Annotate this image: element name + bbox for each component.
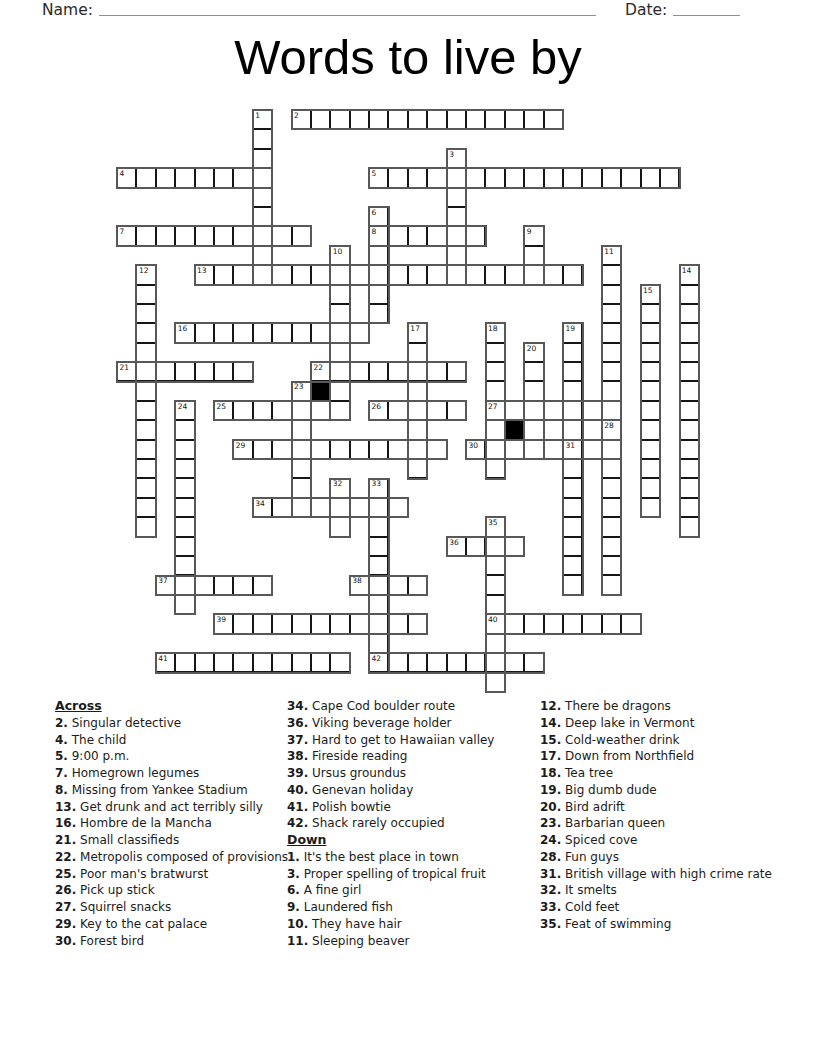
grid-cell[interactable] bbox=[136, 517, 155, 536]
grid-cell[interactable] bbox=[369, 614, 388, 633]
grid-cell[interactable] bbox=[485, 556, 504, 575]
grid-cell[interactable] bbox=[330, 265, 349, 284]
grid-cell[interactable]: 6 bbox=[369, 207, 388, 226]
grid-cell[interactable] bbox=[350, 362, 369, 381]
grid-cell[interactable] bbox=[602, 323, 621, 342]
grid-cell[interactable] bbox=[641, 401, 660, 420]
grid-cell[interactable] bbox=[679, 420, 698, 439]
grid-cell[interactable] bbox=[175, 168, 194, 187]
grid-cell[interactable] bbox=[350, 265, 369, 284]
grid-cell[interactable] bbox=[272, 401, 291, 420]
grid-cell[interactable] bbox=[485, 537, 504, 556]
grid-cell[interactable] bbox=[485, 575, 504, 594]
grid-cell[interactable] bbox=[388, 498, 407, 517]
grid-cell[interactable] bbox=[330, 285, 349, 304]
grid-cell[interactable] bbox=[214, 323, 233, 342]
grid-cell[interactable]: 14 bbox=[679, 265, 698, 284]
grid-cell[interactable] bbox=[272, 440, 291, 459]
grid-cell[interactable] bbox=[679, 498, 698, 517]
grid-cell[interactable] bbox=[602, 556, 621, 575]
grid-cell[interactable] bbox=[641, 459, 660, 478]
grid-cell[interactable] bbox=[447, 207, 466, 226]
grid-cell[interactable] bbox=[388, 226, 407, 245]
grid-cell[interactable] bbox=[253, 575, 272, 594]
grid-cell[interactable] bbox=[253, 265, 272, 284]
grid-cell[interactable] bbox=[602, 381, 621, 400]
grid-cell[interactable] bbox=[253, 226, 272, 245]
grid-cell[interactable] bbox=[369, 498, 388, 517]
grid-cell[interactable] bbox=[253, 653, 272, 672]
grid-cell[interactable] bbox=[388, 575, 407, 594]
grid-cell[interactable] bbox=[272, 323, 291, 342]
grid-cell[interactable] bbox=[253, 323, 272, 342]
grid-cell[interactable] bbox=[330, 614, 349, 633]
grid-cell[interactable] bbox=[563, 168, 582, 187]
grid-cell[interactable] bbox=[233, 168, 252, 187]
grid-cell[interactable] bbox=[311, 614, 330, 633]
grid-cell[interactable]: 35 bbox=[485, 517, 504, 536]
grid-cell[interactable] bbox=[195, 226, 214, 245]
grid-cell[interactable] bbox=[524, 653, 543, 672]
grid-cell[interactable] bbox=[195, 653, 214, 672]
grid-cell[interactable] bbox=[524, 401, 543, 420]
grid-cell[interactable] bbox=[272, 614, 291, 633]
grid-cell[interactable] bbox=[136, 168, 155, 187]
grid-cell[interactable] bbox=[214, 226, 233, 245]
grid-cell[interactable] bbox=[388, 440, 407, 459]
grid-cell[interactable] bbox=[641, 498, 660, 517]
grid-cell[interactable] bbox=[447, 265, 466, 284]
grid-cell[interactable] bbox=[311, 265, 330, 284]
grid-cell[interactable]: 42 bbox=[369, 653, 388, 672]
grid-cell[interactable]: 17 bbox=[408, 323, 427, 342]
grid-cell[interactable] bbox=[408, 265, 427, 284]
grid-cell[interactable] bbox=[621, 168, 640, 187]
grid-cell[interactable] bbox=[505, 110, 524, 129]
grid-cell[interactable] bbox=[369, 537, 388, 556]
grid-cell[interactable] bbox=[602, 401, 621, 420]
grid-cell[interactable] bbox=[602, 614, 621, 633]
grid-cell[interactable] bbox=[524, 440, 543, 459]
grid-cell[interactable] bbox=[330, 110, 349, 129]
grid-cell[interactable]: 21 bbox=[117, 362, 136, 381]
grid-cell[interactable] bbox=[505, 440, 524, 459]
grid-cell[interactable] bbox=[447, 188, 466, 207]
grid-cell[interactable] bbox=[641, 168, 660, 187]
grid-cell[interactable] bbox=[175, 459, 194, 478]
grid-cell[interactable] bbox=[311, 401, 330, 420]
grid-cell[interactable] bbox=[466, 168, 485, 187]
grid-cell[interactable] bbox=[563, 517, 582, 536]
grid-cell[interactable] bbox=[679, 304, 698, 323]
grid-cell[interactable] bbox=[388, 614, 407, 633]
grid-cell[interactable]: 25 bbox=[214, 401, 233, 420]
grid-cell[interactable] bbox=[253, 149, 272, 168]
grid-cell[interactable] bbox=[311, 440, 330, 459]
grid-cell[interactable] bbox=[175, 478, 194, 497]
grid-cell[interactable] bbox=[175, 653, 194, 672]
grid-cell[interactable] bbox=[544, 440, 563, 459]
grid-cell[interactable] bbox=[253, 614, 272, 633]
grid-cell[interactable] bbox=[233, 575, 252, 594]
grid-cell[interactable] bbox=[563, 478, 582, 497]
grid-cell[interactable] bbox=[427, 362, 446, 381]
grid-cell[interactable]: 23 bbox=[292, 381, 311, 400]
grid-cell[interactable] bbox=[136, 478, 155, 497]
grid-cell[interactable] bbox=[388, 265, 407, 284]
grid-cell[interactable] bbox=[447, 401, 466, 420]
grid-cell[interactable]: 8 bbox=[369, 226, 388, 245]
grid-cell[interactable] bbox=[253, 246, 272, 265]
grid-cell[interactable]: 28 bbox=[602, 420, 621, 439]
grid-cell[interactable] bbox=[524, 362, 543, 381]
grid-cell[interactable] bbox=[369, 595, 388, 614]
grid-cell[interactable] bbox=[136, 420, 155, 439]
grid-cell[interactable] bbox=[602, 343, 621, 362]
grid-cell[interactable] bbox=[136, 304, 155, 323]
grid-cell[interactable] bbox=[369, 285, 388, 304]
grid-cell[interactable] bbox=[679, 381, 698, 400]
grid-cell[interactable] bbox=[136, 459, 155, 478]
grid-cell[interactable] bbox=[175, 362, 194, 381]
grid-cell[interactable]: 39 bbox=[214, 614, 233, 633]
grid-cell[interactable]: 27 bbox=[485, 401, 504, 420]
grid-cell[interactable]: 26 bbox=[369, 401, 388, 420]
grid-cell[interactable] bbox=[156, 168, 175, 187]
grid-cell[interactable] bbox=[544, 110, 563, 129]
grid-cell[interactable] bbox=[544, 168, 563, 187]
grid-cell[interactable] bbox=[369, 440, 388, 459]
grid-cell[interactable] bbox=[679, 285, 698, 304]
grid-cell[interactable]: 7 bbox=[117, 226, 136, 245]
grid-cell[interactable] bbox=[505, 168, 524, 187]
grid-cell[interactable] bbox=[641, 304, 660, 323]
grid-cell[interactable] bbox=[466, 653, 485, 672]
grid-cell[interactable] bbox=[582, 614, 601, 633]
grid-cell[interactable]: 19 bbox=[563, 323, 582, 342]
grid-cell[interactable] bbox=[136, 440, 155, 459]
grid-cell[interactable] bbox=[408, 420, 427, 439]
grid-cell[interactable] bbox=[292, 478, 311, 497]
grid-cell[interactable]: 15 bbox=[641, 285, 660, 304]
grid-cell[interactable] bbox=[408, 459, 427, 478]
grid-cell[interactable] bbox=[641, 478, 660, 497]
grid-cell[interactable]: 32 bbox=[330, 478, 349, 497]
grid-cell[interactable]: 40 bbox=[485, 614, 504, 633]
grid-cell[interactable] bbox=[679, 362, 698, 381]
grid-cell[interactable] bbox=[136, 362, 155, 381]
grid-cell[interactable]: 37 bbox=[156, 575, 175, 594]
grid-cell[interactable] bbox=[485, 595, 504, 614]
grid-cell[interactable] bbox=[195, 575, 214, 594]
grid-cell[interactable] bbox=[233, 226, 252, 245]
grid-cell[interactable] bbox=[330, 323, 349, 342]
grid-cell[interactable]: 24 bbox=[175, 401, 194, 420]
grid-cell[interactable] bbox=[175, 556, 194, 575]
grid-cell[interactable] bbox=[485, 265, 504, 284]
grid-cell[interactable] bbox=[485, 168, 504, 187]
grid-cell[interactable] bbox=[563, 459, 582, 478]
grid-cell[interactable] bbox=[485, 653, 504, 672]
grid-cell[interactable] bbox=[330, 343, 349, 362]
grid-cell[interactable] bbox=[427, 401, 446, 420]
grid-cell[interactable] bbox=[408, 440, 427, 459]
grid-cell[interactable] bbox=[175, 226, 194, 245]
grid-cell[interactable] bbox=[485, 440, 504, 459]
grid-cell[interactable] bbox=[330, 440, 349, 459]
grid-cell[interactable] bbox=[563, 614, 582, 633]
grid-cell[interactable] bbox=[369, 634, 388, 653]
grid-cell[interactable] bbox=[427, 226, 446, 245]
grid-cell[interactable] bbox=[524, 614, 543, 633]
grid-cell[interactable] bbox=[311, 653, 330, 672]
grid-cell[interactable] bbox=[253, 188, 272, 207]
grid-cell[interactable] bbox=[292, 420, 311, 439]
grid-cell[interactable] bbox=[466, 226, 485, 245]
grid-cell[interactable] bbox=[679, 459, 698, 478]
grid-cell[interactable] bbox=[175, 420, 194, 439]
grid-cell[interactable] bbox=[505, 265, 524, 284]
grid-cell[interactable] bbox=[292, 653, 311, 672]
grid-cell[interactable] bbox=[679, 517, 698, 536]
grid-cell[interactable] bbox=[544, 265, 563, 284]
grid-cell[interactable] bbox=[408, 653, 427, 672]
grid-cell[interactable]: 30 bbox=[466, 440, 485, 459]
grid-cell[interactable] bbox=[427, 653, 446, 672]
grid-cell[interactable] bbox=[311, 110, 330, 129]
grid-cell[interactable] bbox=[136, 381, 155, 400]
grid-cell[interactable] bbox=[408, 614, 427, 633]
grid-cell[interactable] bbox=[136, 498, 155, 517]
grid-cell[interactable]: 16 bbox=[175, 323, 194, 342]
grid-cell[interactable] bbox=[272, 498, 291, 517]
grid-cell[interactable] bbox=[156, 362, 175, 381]
grid-cell[interactable] bbox=[505, 614, 524, 633]
grid-cell[interactable] bbox=[602, 537, 621, 556]
grid-cell[interactable] bbox=[175, 498, 194, 517]
grid-cell[interactable] bbox=[602, 265, 621, 284]
grid-cell[interactable]: 11 bbox=[602, 246, 621, 265]
grid-cell[interactable] bbox=[195, 168, 214, 187]
grid-cell[interactable] bbox=[253, 168, 272, 187]
grid-cell[interactable] bbox=[563, 498, 582, 517]
grid-cell[interactable] bbox=[447, 226, 466, 245]
grid-cell[interactable] bbox=[563, 556, 582, 575]
grid-cell[interactable] bbox=[679, 440, 698, 459]
grid-cell[interactable] bbox=[602, 285, 621, 304]
grid-cell[interactable] bbox=[350, 323, 369, 342]
grid-cell[interactable] bbox=[408, 381, 427, 400]
grid-cell[interactable] bbox=[253, 440, 272, 459]
grid-cell[interactable] bbox=[544, 614, 563, 633]
grid-cell[interactable]: 29 bbox=[233, 440, 252, 459]
grid-cell[interactable] bbox=[408, 343, 427, 362]
grid-cell[interactable] bbox=[233, 265, 252, 284]
grid-cell[interactable] bbox=[195, 323, 214, 342]
grid-cell[interactable] bbox=[330, 498, 349, 517]
grid-cell[interactable] bbox=[641, 440, 660, 459]
grid-cell[interactable] bbox=[641, 323, 660, 342]
grid-cell[interactable] bbox=[641, 420, 660, 439]
grid-cell[interactable] bbox=[330, 381, 349, 400]
grid-cell[interactable] bbox=[388, 168, 407, 187]
grid-cell[interactable] bbox=[175, 575, 194, 594]
grid-cell[interactable] bbox=[175, 595, 194, 614]
grid-cell[interactable] bbox=[292, 498, 311, 517]
grid-cell[interactable] bbox=[388, 401, 407, 420]
grid-cell[interactable] bbox=[679, 323, 698, 342]
grid-cell[interactable] bbox=[156, 226, 175, 245]
grid-cell[interactable]: 3 bbox=[447, 149, 466, 168]
grid-cell[interactable] bbox=[330, 517, 349, 536]
grid-cell[interactable] bbox=[641, 343, 660, 362]
grid-cell[interactable] bbox=[524, 246, 543, 265]
grid-cell[interactable] bbox=[447, 246, 466, 265]
grid-cell[interactable] bbox=[505, 653, 524, 672]
grid-cell[interactable] bbox=[641, 362, 660, 381]
grid-cell[interactable] bbox=[447, 168, 466, 187]
grid-cell[interactable] bbox=[369, 265, 388, 284]
grid-cell[interactable] bbox=[602, 575, 621, 594]
grid-cell[interactable] bbox=[505, 401, 524, 420]
grid-cell[interactable] bbox=[563, 381, 582, 400]
grid-cell[interactable]: 9 bbox=[524, 226, 543, 245]
grid-cell[interactable]: 10 bbox=[330, 246, 349, 265]
grid-cell[interactable] bbox=[233, 653, 252, 672]
grid-cell[interactable]: 33 bbox=[369, 478, 388, 497]
grid-cell[interactable] bbox=[253, 207, 272, 226]
grid-cell[interactable] bbox=[292, 265, 311, 284]
grid-cell[interactable] bbox=[679, 401, 698, 420]
grid-cell[interactable] bbox=[563, 362, 582, 381]
grid-cell[interactable] bbox=[563, 265, 582, 284]
grid-cell[interactable] bbox=[195, 362, 214, 381]
grid-cell[interactable] bbox=[214, 653, 233, 672]
grid-cell[interactable] bbox=[369, 362, 388, 381]
grid-cell[interactable] bbox=[408, 401, 427, 420]
grid-cell[interactable] bbox=[233, 614, 252, 633]
grid-cell[interactable] bbox=[350, 614, 369, 633]
grid-cell[interactable] bbox=[485, 110, 504, 129]
grid-cell[interactable] bbox=[485, 381, 504, 400]
grid-cell[interactable] bbox=[679, 478, 698, 497]
grid-cell[interactable] bbox=[427, 440, 446, 459]
grid-cell[interactable]: 22 bbox=[311, 362, 330, 381]
grid-cell[interactable] bbox=[524, 420, 543, 439]
grid-cell[interactable] bbox=[214, 168, 233, 187]
grid-cell[interactable] bbox=[408, 575, 427, 594]
grid-cell[interactable] bbox=[408, 110, 427, 129]
grid-cell[interactable] bbox=[447, 653, 466, 672]
grid-cell[interactable] bbox=[447, 362, 466, 381]
grid-cell[interactable] bbox=[369, 556, 388, 575]
grid-cell[interactable] bbox=[311, 498, 330, 517]
grid-cell[interactable] bbox=[563, 401, 582, 420]
grid-cell[interactable]: 36 bbox=[447, 537, 466, 556]
grid-cell[interactable] bbox=[602, 440, 621, 459]
grid-cell[interactable] bbox=[214, 575, 233, 594]
grid-cell[interactable] bbox=[136, 401, 155, 420]
grid-cell[interactable] bbox=[136, 226, 155, 245]
grid-cell[interactable] bbox=[485, 459, 504, 478]
grid-cell[interactable] bbox=[369, 517, 388, 536]
grid-cell[interactable] bbox=[563, 420, 582, 439]
grid-cell[interactable]: 20 bbox=[524, 343, 543, 362]
grid-cell[interactable] bbox=[233, 401, 252, 420]
grid-cell[interactable] bbox=[311, 323, 330, 342]
grid-cell[interactable] bbox=[350, 440, 369, 459]
grid-cell[interactable] bbox=[447, 110, 466, 129]
grid-cell[interactable] bbox=[602, 498, 621, 517]
grid-cell[interactable]: 34 bbox=[253, 498, 272, 517]
grid-cell[interactable] bbox=[369, 575, 388, 594]
grid-cell[interactable] bbox=[466, 265, 485, 284]
grid-cell[interactable] bbox=[292, 614, 311, 633]
grid-cell[interactable] bbox=[175, 537, 194, 556]
grid-cell[interactable] bbox=[292, 401, 311, 420]
grid-cell[interactable] bbox=[544, 401, 563, 420]
grid-cell[interactable] bbox=[602, 459, 621, 478]
grid-cell[interactable] bbox=[369, 110, 388, 129]
grid-cell[interactable] bbox=[330, 401, 349, 420]
grid-cell[interactable] bbox=[563, 537, 582, 556]
grid-cell[interactable] bbox=[582, 168, 601, 187]
grid-cell[interactable] bbox=[350, 110, 369, 129]
grid-cell[interactable] bbox=[524, 110, 543, 129]
grid-cell[interactable]: 18 bbox=[485, 323, 504, 342]
grid-cell[interactable] bbox=[563, 575, 582, 594]
grid-cell[interactable] bbox=[272, 653, 291, 672]
grid-cell[interactable] bbox=[485, 362, 504, 381]
grid-cell[interactable] bbox=[136, 343, 155, 362]
grid-cell[interactable] bbox=[524, 265, 543, 284]
grid-cell[interactable] bbox=[214, 362, 233, 381]
grid-cell[interactable] bbox=[330, 653, 349, 672]
grid-cell[interactable]: 38 bbox=[350, 575, 369, 594]
grid-cell[interactable] bbox=[485, 343, 504, 362]
grid-cell[interactable] bbox=[505, 537, 524, 556]
grid-cell[interactable] bbox=[427, 168, 446, 187]
grid-cell[interactable] bbox=[388, 110, 407, 129]
grid-cell[interactable]: 1 bbox=[253, 110, 272, 129]
grid-cell[interactable] bbox=[602, 362, 621, 381]
grid-cell[interactable] bbox=[602, 478, 621, 497]
grid-cell[interactable] bbox=[253, 401, 272, 420]
grid-cell[interactable] bbox=[330, 362, 349, 381]
grid-cell[interactable] bbox=[233, 362, 252, 381]
grid-cell[interactable] bbox=[369, 246, 388, 265]
grid-cell[interactable] bbox=[330, 304, 349, 323]
grid-cell[interactable] bbox=[485, 420, 504, 439]
grid-cell[interactable] bbox=[602, 168, 621, 187]
grid-cell[interactable] bbox=[641, 381, 660, 400]
grid-cell[interactable] bbox=[602, 517, 621, 536]
grid-cell[interactable] bbox=[660, 168, 679, 187]
grid-cell[interactable] bbox=[388, 653, 407, 672]
grid-cell[interactable] bbox=[485, 672, 504, 691]
grid-cell[interactable] bbox=[408, 362, 427, 381]
grid-cell[interactable]: 31 bbox=[563, 440, 582, 459]
grid-cell[interactable] bbox=[602, 304, 621, 323]
grid-cell[interactable] bbox=[408, 168, 427, 187]
grid-cell[interactable] bbox=[136, 285, 155, 304]
grid-cell[interactable]: 41 bbox=[156, 653, 175, 672]
grid-cell[interactable] bbox=[136, 323, 155, 342]
grid-cell[interactable] bbox=[621, 614, 640, 633]
grid-cell[interactable] bbox=[466, 110, 485, 129]
grid-cell[interactable]: 12 bbox=[136, 265, 155, 284]
grid-cell[interactable] bbox=[563, 343, 582, 362]
